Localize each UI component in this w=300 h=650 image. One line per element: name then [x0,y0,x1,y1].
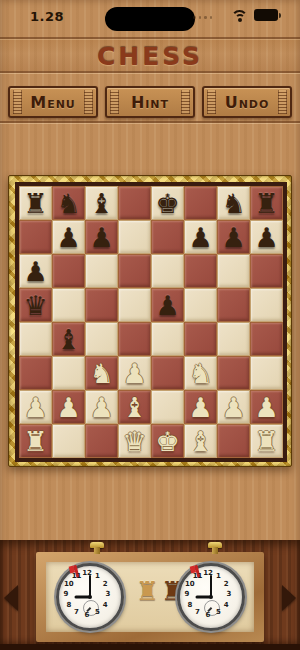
white-pawn: ♟ [254,394,278,421]
square-e4[interactable] [151,322,184,356]
clock-numeral-3: 3 [106,590,111,598]
prev-move-arrow[interactable] [4,585,18,611]
square-c3[interactable]: ♞ [85,356,118,390]
clock-numeral-12: 12 [82,569,92,577]
black-pawn: ♟ [188,224,212,251]
white-rook-icon: ♜ [136,578,159,604]
square-a1[interactable]: ♜ [19,424,52,458]
next-move-arrow[interactable] [282,585,296,611]
plank-groove [0,121,300,123]
square-e7[interactable] [151,220,184,254]
notch [105,7,195,31]
chess-app-screen: 1.28 CHESS Menu Hint Undo ♜♞♝♚♞♜♟♟♟♟♟♟♛♟… [0,0,300,650]
white-pawn: ♟ [89,394,113,421]
square-a7[interactable] [19,220,52,254]
square-g8[interactable]: ♞ [217,186,250,220]
square-h2[interactable]: ♟ [250,390,283,424]
square-e2[interactable] [151,390,184,424]
black-pawn: ♟ [56,224,80,251]
clock-numeral-4: 4 [224,601,229,609]
square-h5[interactable] [250,288,283,322]
black-king: ♚ [155,190,179,217]
white-king: ♚ [155,428,179,455]
square-a8[interactable]: ♜ [19,186,52,220]
clock-numeral-1: 1 [216,572,221,580]
wifi-icon [231,10,248,23]
black-rook: ♜ [254,190,278,217]
square-h3[interactable] [250,356,283,390]
square-a4[interactable] [19,322,52,356]
square-c1[interactable] [85,424,118,458]
square-a3[interactable] [19,356,52,390]
cellular-signal-icon [193,16,212,19]
square-e6[interactable] [151,254,184,288]
braid-ornament [110,90,119,114]
square-h4[interactable] [250,322,283,356]
status-bar: 1.28 [0,0,300,32]
square-b6[interactable] [52,254,85,288]
square-d2[interactable]: ♝ [118,390,151,424]
square-g6[interactable] [217,254,250,288]
clock-numeral-8: 8 [187,601,192,609]
square-d1[interactable]: ♛ [118,424,151,458]
square-b2[interactable]: ♟ [52,390,85,424]
clock-numeral-5: 5 [95,608,100,616]
chess-clock-box: 121234567891011 ♜ ♜ 121234567891011 [36,552,264,642]
square-f3[interactable]: ♞ [184,356,217,390]
clock-numeral-12: 12 [203,569,213,577]
square-a5[interactable]: ♛ [19,288,52,322]
white-knight: ♞ [89,360,113,387]
minute-hand [89,575,91,597]
white-knight: ♞ [188,360,212,387]
hand-cap [88,595,92,599]
clock-numeral-7: 7 [74,608,79,616]
square-d5[interactable] [118,288,151,322]
chess-board: ♜♞♝♚♞♜♟♟♟♟♟♟♛♟♝♞♟♞♟♟♟♝♟♟♟♜♛♚♝♜ [15,182,287,462]
black-rook: ♜ [23,190,47,217]
square-a6[interactable]: ♟ [19,254,52,288]
square-f2[interactable]: ♟ [184,390,217,424]
white-pawn: ♟ [221,394,245,421]
clock-plunger-right [208,542,222,552]
black-knight: ♞ [221,190,245,217]
square-f1[interactable]: ♝ [184,424,217,458]
square-d6[interactable] [118,254,151,288]
square-d7[interactable] [118,220,151,254]
square-b5[interactable] [52,288,85,322]
black-pawn: ♟ [89,224,113,251]
app-title: CHESS [0,42,300,71]
square-h8[interactable]: ♜ [250,186,283,220]
clock-numeral-11: 11 [193,572,203,580]
white-queen: ♛ [122,428,146,455]
square-f5[interactable] [184,288,217,322]
clock-plunger-left [90,542,104,552]
clock-numeral-11: 11 [72,572,82,580]
black-pawn: ♟ [254,224,278,251]
square-c2[interactable]: ♟ [85,390,118,424]
square-b7[interactable]: ♟ [52,220,85,254]
square-e1[interactable]: ♚ [151,424,184,458]
square-f8[interactable] [184,186,217,220]
clock-numeral-9: 9 [64,590,69,598]
white-rook: ♜ [254,428,278,455]
square-c8[interactable]: ♝ [85,186,118,220]
square-e5[interactable]: ♟ [151,288,184,322]
clock-numeral-10: 10 [64,580,74,588]
white-pawn: ♟ [23,394,47,421]
square-c5[interactable] [85,288,118,322]
board-gold-frame: ♜♞♝♚♞♜♟♟♟♟♟♟♛♟♝♞♟♞♟♟♟♝♟♟♟♜♛♚♝♜ [8,175,292,467]
hint-button-label: Hint [131,93,169,112]
clock-numeral-6: 6 [206,611,211,619]
clock-numeral-8: 8 [66,601,71,609]
braid-ornament [207,90,216,114]
square-a2[interactable]: ♟ [19,390,52,424]
black-clock-face: 121234567891011 [177,563,245,631]
white-pawn: ♟ [122,360,146,387]
square-g7[interactable]: ♟ [217,220,250,254]
black-bishop: ♝ [56,326,80,353]
square-b4[interactable]: ♝ [52,322,85,356]
minute-hand [210,575,212,597]
hand-cap [209,595,213,599]
bottom-edge [0,644,300,650]
braid-ornament [84,90,93,114]
square-b8[interactable]: ♞ [52,186,85,220]
hint-button[interactable]: Hint [105,86,195,118]
menu-button-label: Menu [30,93,76,112]
square-e8[interactable]: ♚ [151,186,184,220]
clock-numeral-4: 4 [103,601,108,609]
clock-numeral-7: 7 [195,608,200,616]
square-d8[interactable] [118,186,151,220]
square-h7[interactable]: ♟ [250,220,283,254]
square-g2[interactable]: ♟ [217,390,250,424]
clock-numeral-10: 10 [185,580,195,588]
clock-numeral-2: 2 [224,580,229,588]
square-f7[interactable]: ♟ [184,220,217,254]
square-h1[interactable]: ♜ [250,424,283,458]
clock-time: 1.28 [30,9,64,24]
black-bishop: ♝ [89,190,113,217]
clock-numeral-1: 1 [95,572,100,580]
plank-groove [0,71,300,73]
braid-ornament [13,90,22,114]
black-queen: ♛ [23,292,47,319]
square-g4[interactable] [217,322,250,356]
undo-button-label: Undo [225,93,270,112]
square-h6[interactable] [250,254,283,288]
square-c7[interactable]: ♟ [85,220,118,254]
black-pawn: ♟ [221,224,245,251]
square-c4[interactable] [85,322,118,356]
battery-icon [254,9,278,21]
braid-ornament [278,90,287,114]
square-f4[interactable] [184,322,217,356]
square-f6[interactable] [184,254,217,288]
square-d3[interactable]: ♟ [118,356,151,390]
square-g3[interactable] [217,356,250,390]
white-clock-face: 121234567891011 [56,563,124,631]
white-rook: ♜ [23,428,47,455]
clock-numeral-9: 9 [185,590,190,598]
menu-button[interactable]: Menu [8,86,98,118]
square-g5[interactable] [217,288,250,322]
clock-numeral-5: 5 [216,608,221,616]
undo-button[interactable]: Undo [202,86,292,118]
square-b3[interactable] [52,356,85,390]
white-pawn: ♟ [56,394,80,421]
black-pawn: ♟ [155,292,179,319]
white-bishop: ♝ [122,394,146,421]
square-c6[interactable] [85,254,118,288]
black-knight: ♞ [56,190,80,217]
clock-numeral-6: 6 [85,611,90,619]
clock-numeral-2: 2 [103,580,108,588]
clock-numeral-3: 3 [227,590,232,598]
black-pawn: ♟ [23,258,47,285]
square-b1[interactable] [52,424,85,458]
square-e3[interactable] [151,356,184,390]
white-pawn: ♟ [188,394,212,421]
square-d4[interactable] [118,322,151,356]
braid-ornament [181,90,190,114]
square-g1[interactable] [217,424,250,458]
white-bishop: ♝ [188,428,212,455]
